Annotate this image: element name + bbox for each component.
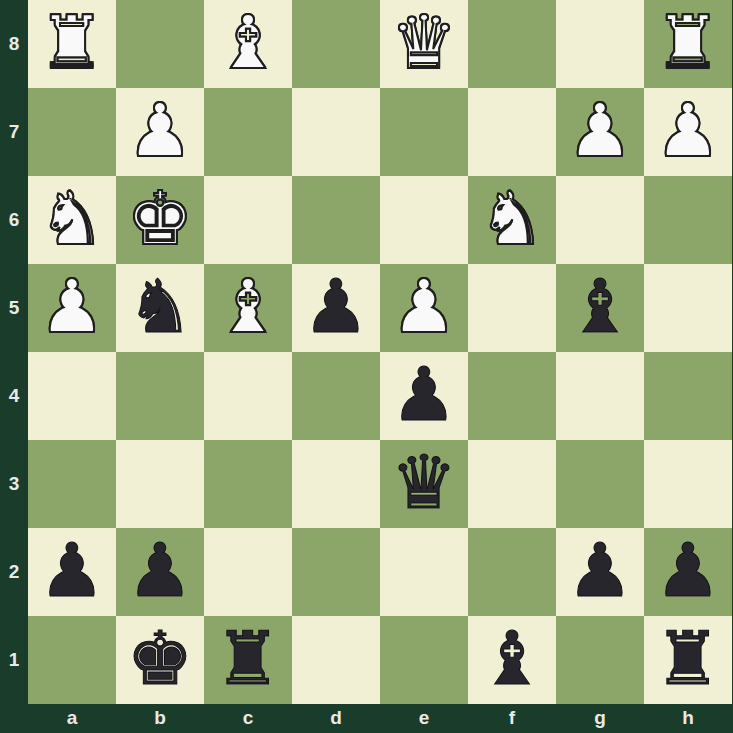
- square-f3[interactable]: [468, 440, 556, 528]
- square-h2[interactable]: ♟: [644, 528, 732, 616]
- file-label-c: c: [204, 704, 292, 733]
- file-label-g: g: [556, 704, 644, 733]
- square-c8[interactable]: ♝: [204, 0, 292, 88]
- square-e4[interactable]: ♟: [380, 352, 468, 440]
- square-h6[interactable]: [644, 176, 732, 264]
- piece-black-king-b1[interactable]: ♚: [127, 614, 193, 702]
- chess-board-app: 87654321 ♜♝♛♜♟♟♟♞♚♞♟♞♝♟♟♝♟♛♟♟♟♟♚♜♝♜ abcd…: [0, 0, 733, 733]
- square-g6[interactable]: [556, 176, 644, 264]
- piece-black-bishop-g5[interactable]: ♝: [567, 262, 633, 350]
- rank-label-5: 5: [0, 264, 28, 352]
- square-f2[interactable]: [468, 528, 556, 616]
- square-b4[interactable]: [116, 352, 204, 440]
- piece-black-knight-b5[interactable]: ♞: [127, 262, 193, 350]
- square-g8[interactable]: [556, 0, 644, 88]
- rank-label-2: 2: [0, 528, 28, 616]
- square-c5[interactable]: ♝: [204, 264, 292, 352]
- square-f5[interactable]: [468, 264, 556, 352]
- square-e3[interactable]: ♛: [380, 440, 468, 528]
- piece-white-knight-f6[interactable]: ♞: [479, 174, 545, 262]
- square-d3[interactable]: [292, 440, 380, 528]
- piece-white-bishop-c8[interactable]: ♝: [215, 0, 281, 86]
- piece-white-knight-a6[interactable]: ♞: [39, 174, 105, 262]
- square-a6[interactable]: ♞: [28, 176, 116, 264]
- piece-black-queen-e3[interactable]: ♛: [391, 438, 457, 526]
- rank-label-1: 1: [0, 616, 28, 704]
- square-c1[interactable]: ♜: [204, 616, 292, 704]
- square-c4[interactable]: [204, 352, 292, 440]
- square-a7[interactable]: [28, 88, 116, 176]
- square-h3[interactable]: [644, 440, 732, 528]
- piece-black-pawn-h2[interactable]: ♟: [655, 526, 721, 614]
- file-labels: abcdefgh: [28, 704, 732, 733]
- piece-white-pawn-e5[interactable]: ♟: [391, 262, 457, 350]
- piece-white-bishop-c5[interactable]: ♝: [215, 262, 281, 350]
- square-d7[interactable]: [292, 88, 380, 176]
- square-g5[interactable]: ♝: [556, 264, 644, 352]
- square-b1[interactable]: ♚: [116, 616, 204, 704]
- square-e5[interactable]: ♟: [380, 264, 468, 352]
- piece-black-pawn-g2[interactable]: ♟: [567, 526, 633, 614]
- square-c3[interactable]: [204, 440, 292, 528]
- square-b7[interactable]: ♟: [116, 88, 204, 176]
- file-label-e: e: [380, 704, 468, 733]
- chess-board[interactable]: ♜♝♛♜♟♟♟♞♚♞♟♞♝♟♟♝♟♛♟♟♟♟♚♜♝♜: [28, 0, 732, 704]
- piece-white-pawn-b7[interactable]: ♟: [127, 86, 193, 174]
- piece-black-rook-h1[interactable]: ♜: [655, 614, 721, 702]
- square-e7[interactable]: [380, 88, 468, 176]
- piece-black-bishop-f1[interactable]: ♝: [479, 614, 545, 702]
- square-c7[interactable]: [204, 88, 292, 176]
- piece-black-pawn-a2[interactable]: ♟: [39, 526, 105, 614]
- square-b8[interactable]: [116, 0, 204, 88]
- square-a3[interactable]: [28, 440, 116, 528]
- rank-label-6: 6: [0, 176, 28, 264]
- square-a8[interactable]: ♜: [28, 0, 116, 88]
- square-g1[interactable]: [556, 616, 644, 704]
- file-label-f: f: [468, 704, 556, 733]
- square-e1[interactable]: [380, 616, 468, 704]
- square-a5[interactable]: ♟: [28, 264, 116, 352]
- square-g4[interactable]: [556, 352, 644, 440]
- square-b5[interactable]: ♞: [116, 264, 204, 352]
- square-b6[interactable]: ♚: [116, 176, 204, 264]
- square-e8[interactable]: ♛: [380, 0, 468, 88]
- square-d2[interactable]: [292, 528, 380, 616]
- square-g3[interactable]: [556, 440, 644, 528]
- rank-labels: 87654321: [0, 0, 28, 704]
- square-a1[interactable]: [28, 616, 116, 704]
- square-f1[interactable]: ♝: [468, 616, 556, 704]
- file-label-h: h: [644, 704, 732, 733]
- square-c6[interactable]: [204, 176, 292, 264]
- square-a2[interactable]: ♟: [28, 528, 116, 616]
- square-g2[interactable]: ♟: [556, 528, 644, 616]
- square-h5[interactable]: [644, 264, 732, 352]
- square-c2[interactable]: [204, 528, 292, 616]
- square-f8[interactable]: [468, 0, 556, 88]
- square-h4[interactable]: [644, 352, 732, 440]
- piece-white-queen-e8[interactable]: ♛: [391, 0, 457, 86]
- rank-label-3: 3: [0, 440, 28, 528]
- square-e6[interactable]: [380, 176, 468, 264]
- file-label-a: a: [28, 704, 116, 733]
- square-f7[interactable]: [468, 88, 556, 176]
- square-d8[interactable]: [292, 0, 380, 88]
- square-d6[interactable]: [292, 176, 380, 264]
- square-d1[interactable]: [292, 616, 380, 704]
- piece-black-pawn-d5[interactable]: ♟: [303, 262, 369, 350]
- piece-black-pawn-e4[interactable]: ♟: [391, 350, 457, 438]
- rank-label-7: 7: [0, 88, 28, 176]
- rank-label-8: 8: [0, 0, 28, 88]
- square-h1[interactable]: ♜: [644, 616, 732, 704]
- rank-label-4: 4: [0, 352, 28, 440]
- square-b3[interactable]: [116, 440, 204, 528]
- piece-white-pawn-g7[interactable]: ♟: [567, 86, 633, 174]
- file-label-b: b: [116, 704, 204, 733]
- square-d4[interactable]: [292, 352, 380, 440]
- piece-white-pawn-a5[interactable]: ♟: [39, 262, 105, 350]
- piece-white-pawn-h7[interactable]: ♟: [655, 86, 721, 174]
- piece-white-rook-h8[interactable]: ♜: [655, 0, 721, 86]
- piece-white-king-b6[interactable]: ♚: [127, 174, 193, 262]
- square-f6[interactable]: ♞: [468, 176, 556, 264]
- square-b2[interactable]: ♟: [116, 528, 204, 616]
- square-f4[interactable]: [468, 352, 556, 440]
- square-h8[interactable]: ♜: [644, 0, 732, 88]
- square-e2[interactable]: [380, 528, 468, 616]
- square-g7[interactable]: ♟: [556, 88, 644, 176]
- piece-black-rook-c1[interactable]: ♜: [215, 614, 281, 702]
- square-a4[interactable]: [28, 352, 116, 440]
- piece-white-rook-a8[interactable]: ♜: [39, 0, 105, 86]
- piece-black-pawn-b2[interactable]: ♟: [127, 526, 193, 614]
- square-h7[interactable]: ♟: [644, 88, 732, 176]
- file-label-d: d: [292, 704, 380, 733]
- square-d5[interactable]: ♟: [292, 264, 380, 352]
